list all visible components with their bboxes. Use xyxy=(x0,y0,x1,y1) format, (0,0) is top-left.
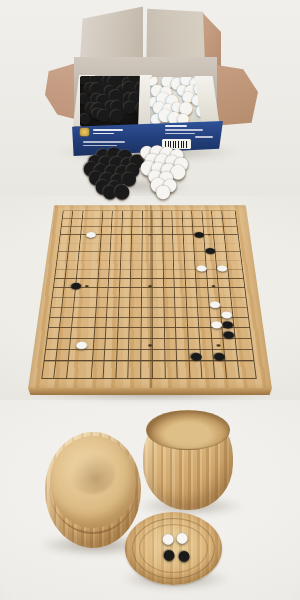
white-stone: ● xyxy=(196,264,208,272)
black-stone: ● xyxy=(190,351,203,361)
star-point xyxy=(212,285,215,287)
black-stone: ● xyxy=(178,548,190,562)
board-side-edge xyxy=(28,388,272,395)
star-point xyxy=(148,285,151,287)
bowl-opening xyxy=(146,410,230,450)
go-board-grid: ●●●●●●●●●●●●●● xyxy=(41,211,256,379)
white-stone: ● xyxy=(75,340,88,350)
stone-box-scene: ●●●●●●●●●●●●●●●●●●●●●●●●●●●● ●●●●●●●●●●●… xyxy=(0,0,300,196)
open-bowl xyxy=(143,410,233,510)
star-point xyxy=(85,285,88,287)
black-stone: ● xyxy=(222,330,235,340)
black-stone: ● xyxy=(213,351,226,361)
black-stone: ● xyxy=(205,247,217,255)
bowls-scene: ●●●● xyxy=(0,400,300,600)
white-stone: ● xyxy=(220,310,233,319)
black-stone: ● xyxy=(194,231,205,238)
star-point xyxy=(148,344,151,346)
white-stone: ● xyxy=(85,231,96,238)
white-stone: ● xyxy=(176,530,188,544)
star-point xyxy=(217,344,221,346)
closed-bowl-with-lid xyxy=(45,432,141,548)
bowl-lid-concave xyxy=(69,454,115,494)
loose-stones: ●●●●●●●●●●●●●●●●●●●●●●●●●●●●●●●●●●●●●● xyxy=(0,0,300,200)
white-stone: ● xyxy=(210,320,223,329)
white-stone: ● xyxy=(216,264,228,272)
white-stone: ● xyxy=(162,531,174,545)
star-point xyxy=(208,234,211,236)
black-stone: ● xyxy=(163,547,175,561)
star-point xyxy=(149,234,152,236)
go-board: ●●●●●●●●●●●●●● xyxy=(28,205,272,389)
lid-dish: ●●●● xyxy=(125,512,222,585)
black-stone: ● xyxy=(70,282,82,290)
